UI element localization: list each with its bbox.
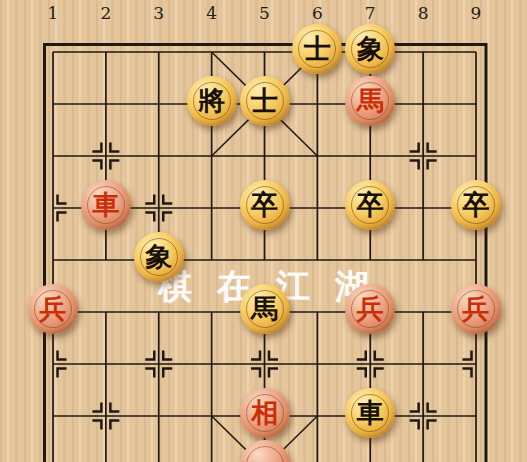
piece-character: 兵 bbox=[463, 295, 490, 322]
piece-grid: 士象將士馬車卒卒卒象兵馬兵兵相車 bbox=[27, 26, 503, 462]
red-soldier[interactable]: 兵 bbox=[28, 284, 78, 334]
column-label-7: 7 bbox=[344, 3, 397, 23]
piece-character: 象 bbox=[357, 35, 384, 62]
piece-character: 馬 bbox=[251, 295, 278, 322]
black-general[interactable]: 將 bbox=[187, 76, 237, 126]
red-soldier[interactable]: 兵 bbox=[345, 284, 395, 334]
red-soldier[interactable]: 兵 bbox=[451, 284, 501, 334]
black-advisor[interactable]: 士 bbox=[240, 76, 290, 126]
xiangqi-board: 123456789 棋在江湖 士象將士馬車卒卒卒象兵馬兵兵相車 bbox=[0, 0, 527, 462]
black-horse[interactable]: 馬 bbox=[240, 284, 290, 334]
column-label-9: 9 bbox=[450, 3, 503, 23]
column-label-2: 2 bbox=[79, 3, 132, 23]
column-label-4: 4 bbox=[185, 3, 238, 23]
black-soldier[interactable]: 卒 bbox=[451, 180, 501, 230]
red-chariot[interactable]: 車 bbox=[81, 180, 131, 230]
black-elephant[interactable]: 象 bbox=[134, 232, 184, 282]
piece-character: 卒 bbox=[357, 191, 384, 218]
red-unknown-cut-off[interactable] bbox=[240, 440, 290, 462]
red-elephant[interactable]: 相 bbox=[240, 388, 290, 438]
piece-character: 馬 bbox=[357, 87, 384, 114]
piece-character: 卒 bbox=[463, 191, 490, 218]
piece-character: 象 bbox=[145, 243, 172, 270]
piece-character: 兵 bbox=[357, 295, 384, 322]
piece-character: 兵 bbox=[40, 295, 67, 322]
black-chariot[interactable]: 車 bbox=[345, 388, 395, 438]
column-label-3: 3 bbox=[132, 3, 185, 23]
piece-character: 士 bbox=[304, 35, 331, 62]
column-label-1: 1 bbox=[27, 3, 80, 23]
piece-character: 將 bbox=[198, 87, 225, 114]
piece-character: 車 bbox=[357, 399, 384, 426]
piece-character: 車 bbox=[92, 191, 119, 218]
black-soldier[interactable]: 卒 bbox=[240, 180, 290, 230]
piece-character: 士 bbox=[251, 87, 278, 114]
column-labels: 123456789 bbox=[27, 3, 503, 23]
column-label-8: 8 bbox=[397, 3, 450, 23]
piece-character: 相 bbox=[251, 399, 278, 426]
column-label-6: 6 bbox=[291, 3, 344, 23]
black-advisor[interactable]: 士 bbox=[292, 24, 342, 74]
piece-character: 卒 bbox=[251, 191, 278, 218]
column-label-5: 5 bbox=[238, 3, 291, 23]
red-horse[interactable]: 馬 bbox=[345, 76, 395, 126]
black-soldier[interactable]: 卒 bbox=[345, 180, 395, 230]
black-elephant[interactable]: 象 bbox=[345, 24, 395, 74]
